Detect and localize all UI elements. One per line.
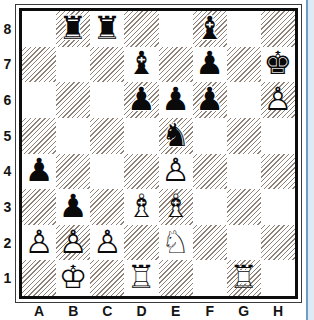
piece-white-king: ♚♔ — [56, 260, 90, 296]
scan-edge-stripe — [306, 0, 314, 320]
square-c8: ♜ — [90, 11, 124, 47]
square-a8 — [22, 11, 56, 47]
white-bishop-glyph: ♗ — [159, 189, 193, 224]
file-label-b: B — [56, 303, 90, 319]
file-label-h: H — [261, 303, 295, 319]
square-b4 — [56, 154, 90, 190]
square-g5 — [227, 118, 261, 154]
square-e4: ♟♙ — [159, 154, 193, 190]
piece-white-pawn: ♟♙ — [159, 154, 193, 190]
square-g4 — [227, 154, 261, 190]
square-a4: ♟ — [22, 154, 56, 190]
square-b2: ♟♙ — [56, 225, 90, 261]
square-b1: ♚♔ — [56, 260, 90, 296]
square-d4 — [124, 154, 158, 190]
piece-black-rook: ♜ — [90, 11, 124, 47]
piece-white-pawn: ♟♙ — [90, 225, 124, 261]
piece-black-rook: ♜ — [56, 11, 90, 47]
square-h4 — [261, 154, 295, 190]
square-h5 — [261, 118, 295, 154]
square-a6 — [22, 82, 56, 118]
piece-black-knight: ♞ — [159, 118, 193, 154]
piece-white-bishop: ♝♗ — [124, 189, 158, 225]
piece-white-knight: ♞♘ — [159, 225, 193, 261]
chess-board: ♜♜♝♝♟♚♟♟♟♟♙♞♟♟♙♟♝♗♝♗♟♙♟♙♟♙♞♘♚♔♜♖♜♖ — [15, 4, 302, 303]
square-h8 — [261, 11, 295, 47]
square-c2: ♟♙ — [90, 225, 124, 261]
square-f3 — [193, 189, 227, 225]
piece-black-bishop: ♝ — [124, 47, 158, 83]
square-f2 — [193, 225, 227, 261]
square-b8: ♜ — [56, 11, 90, 47]
rank-label-7: 7 — [0, 47, 15, 83]
black-rook-glyph: ♜ — [56, 11, 90, 46]
black-pawn-glyph: ♟ — [124, 82, 158, 117]
black-pawn-glyph: ♟ — [56, 189, 90, 224]
piece-white-rook: ♜♖ — [124, 260, 158, 296]
square-a1 — [22, 260, 56, 296]
piece-black-pawn: ♟ — [193, 82, 227, 118]
file-label-e: E — [159, 303, 193, 319]
black-king-glyph: ♚ — [261, 47, 295, 82]
square-a2: ♟♙ — [22, 225, 56, 261]
square-e2: ♞♘ — [159, 225, 193, 261]
black-pawn-glyph: ♟ — [193, 82, 227, 117]
square-g1: ♜♖ — [227, 260, 261, 296]
piece-black-pawn: ♟ — [159, 82, 193, 118]
white-rook-glyph: ♖ — [124, 260, 158, 295]
white-knight-glyph: ♘ — [159, 225, 193, 260]
white-rook-glyph: ♖ — [227, 260, 261, 295]
square-c1 — [90, 260, 124, 296]
square-f5 — [193, 118, 227, 154]
white-pawn-glyph: ♙ — [261, 82, 295, 117]
board-grid: ♜♜♝♝♟♚♟♟♟♟♙♞♟♟♙♟♝♗♝♗♟♙♟♙♟♙♞♘♚♔♜♖♜♖ — [19, 8, 298, 299]
black-pawn-glyph: ♟ — [22, 154, 56, 189]
square-f4 — [193, 154, 227, 190]
rank-label-5: 5 — [0, 118, 15, 154]
file-label-f: F — [193, 303, 227, 319]
piece-black-bishop: ♝ — [193, 11, 227, 47]
square-b7 — [56, 47, 90, 83]
square-e1 — [159, 260, 193, 296]
square-f7: ♟ — [193, 47, 227, 83]
square-f6: ♟ — [193, 82, 227, 118]
square-e3: ♝♗ — [159, 189, 193, 225]
black-bishop-glyph: ♝ — [193, 11, 227, 46]
square-c7 — [90, 47, 124, 83]
piece-black-king: ♚ — [261, 47, 295, 83]
piece-black-pawn: ♟ — [56, 189, 90, 225]
square-f1 — [193, 260, 227, 296]
white-pawn-glyph: ♙ — [56, 225, 90, 260]
square-f8: ♝ — [193, 11, 227, 47]
square-c3 — [90, 189, 124, 225]
piece-white-bishop: ♝♗ — [159, 189, 193, 225]
white-pawn-glyph: ♙ — [22, 225, 56, 260]
square-c5 — [90, 118, 124, 154]
square-g6 — [227, 82, 261, 118]
black-pawn-glyph: ♟ — [193, 47, 227, 82]
white-bishop-glyph: ♗ — [124, 189, 158, 224]
black-rook-glyph: ♜ — [90, 11, 124, 46]
square-b6 — [56, 82, 90, 118]
piece-black-pawn: ♟ — [22, 154, 56, 190]
square-d7: ♝ — [124, 47, 158, 83]
file-labels: ABCDEFGH — [22, 303, 295, 319]
square-d3: ♝♗ — [124, 189, 158, 225]
piece-black-pawn: ♟ — [193, 47, 227, 83]
square-e6: ♟ — [159, 82, 193, 118]
square-e7 — [159, 47, 193, 83]
file-label-c: C — [90, 303, 124, 319]
square-h1 — [261, 260, 295, 296]
square-a3 — [22, 189, 56, 225]
square-g2 — [227, 225, 261, 261]
file-label-a: A — [22, 303, 56, 319]
square-d2 — [124, 225, 158, 261]
square-d6: ♟ — [124, 82, 158, 118]
square-h7: ♚ — [261, 47, 295, 83]
square-h3 — [261, 189, 295, 225]
square-d1: ♜♖ — [124, 260, 158, 296]
black-knight-glyph: ♞ — [159, 118, 193, 153]
piece-white-pawn: ♟♙ — [261, 82, 295, 118]
piece-white-pawn: ♟♙ — [22, 225, 56, 261]
square-c4 — [90, 154, 124, 190]
square-a7 — [22, 47, 56, 83]
piece-white-rook: ♜♖ — [227, 260, 261, 296]
rank-label-4: 4 — [0, 154, 15, 190]
square-g3 — [227, 189, 261, 225]
square-c6 — [90, 82, 124, 118]
black-bishop-glyph: ♝ — [124, 47, 158, 82]
square-d8 — [124, 11, 158, 47]
piece-white-pawn: ♟♙ — [56, 225, 90, 261]
white-pawn-glyph: ♙ — [90, 225, 124, 260]
square-e8 — [159, 11, 193, 47]
rank-label-8: 8 — [0, 11, 15, 47]
square-b3: ♟ — [56, 189, 90, 225]
file-label-d: D — [124, 303, 158, 319]
chess-diagram-page: 87654321 ♜♜♝♝♟♚♟♟♟♟♙♞♟♟♙♟♝♗♝♗♟♙♟♙♟♙♞♘♚♔♜… — [0, 0, 314, 320]
rank-label-2: 2 — [0, 225, 15, 261]
black-pawn-glyph: ♟ — [159, 82, 193, 117]
rank-label-6: 6 — [0, 82, 15, 118]
piece-black-pawn: ♟ — [124, 82, 158, 118]
square-g8 — [227, 11, 261, 47]
rank-label-3: 3 — [0, 189, 15, 225]
square-h2 — [261, 225, 295, 261]
white-king-glyph: ♔ — [56, 260, 90, 295]
square-g7 — [227, 47, 261, 83]
square-d5 — [124, 118, 158, 154]
square-b5 — [56, 118, 90, 154]
square-h6: ♟♙ — [261, 82, 295, 118]
rank-labels: 87654321 — [0, 11, 15, 296]
file-label-g: G — [227, 303, 261, 319]
square-e5: ♞ — [159, 118, 193, 154]
square-a5 — [22, 118, 56, 154]
white-pawn-glyph: ♙ — [159, 154, 193, 189]
rank-label-1: 1 — [0, 260, 15, 296]
